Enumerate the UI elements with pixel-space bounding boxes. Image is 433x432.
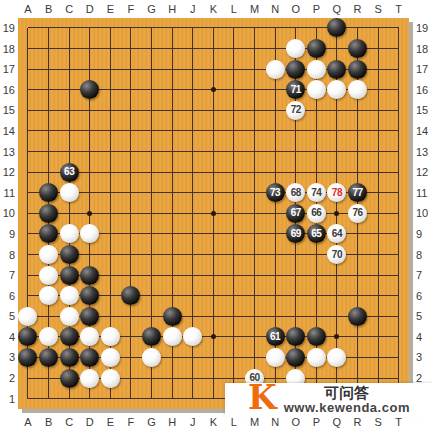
intersection-H12[interactable] [162,162,183,183]
intersection-M10[interactable] [244,203,265,224]
intersection-F8[interactable] [121,244,142,265]
intersection-O3[interactable] [285,347,306,368]
intersection-Q16[interactable] [327,79,348,100]
intersection-R4[interactable] [347,327,368,348]
intersection-S18[interactable] [368,38,389,59]
intersection-F3[interactable] [121,347,142,368]
intersection-M3[interactable] [244,347,265,368]
intersection-H6[interactable] [162,285,183,306]
intersection-N7[interactable] [265,265,286,286]
intersection-F18[interactable] [121,38,142,59]
intersection-S13[interactable] [368,141,389,162]
intersection-H1[interactable] [162,388,183,409]
intersection-C15[interactable] [59,100,80,121]
intersection-P7[interactable] [306,265,327,286]
intersection-L9[interactable] [224,224,245,245]
intersection-R9[interactable] [347,224,368,245]
intersection-B10[interactable] [38,203,59,224]
intersection-D4[interactable] [79,327,100,348]
intersection-M19[interactable] [244,18,265,39]
intersection-R8[interactable] [347,244,368,265]
intersection-T6[interactable] [388,285,409,306]
intersection-B3[interactable] [38,347,59,368]
intersection-A2[interactable] [18,368,39,389]
intersection-P13[interactable] [306,141,327,162]
intersection-G4[interactable] [141,327,162,348]
intersection-R5[interactable] [347,306,368,327]
intersection-H4[interactable] [162,327,183,348]
intersection-L11[interactable] [224,182,245,203]
intersection-N15[interactable] [265,100,286,121]
intersection-T9[interactable] [388,224,409,245]
intersection-J6[interactable] [182,285,203,306]
intersection-A1[interactable] [18,388,39,409]
intersection-K18[interactable] [203,38,224,59]
intersection-R13[interactable] [347,141,368,162]
intersection-F13[interactable] [121,141,142,162]
intersection-P17[interactable] [306,59,327,80]
intersection-S9[interactable] [368,224,389,245]
intersection-S8[interactable] [368,244,389,265]
intersection-H7[interactable] [162,265,183,286]
intersection-R6[interactable] [347,285,368,306]
intersection-N14[interactable] [265,121,286,142]
intersection-P9[interactable]: 65 [306,224,327,245]
intersection-A7[interactable] [18,265,39,286]
intersection-G2[interactable] [141,368,162,389]
intersection-O13[interactable] [285,141,306,162]
intersection-D8[interactable] [79,244,100,265]
intersection-G3[interactable] [141,347,162,368]
intersection-T12[interactable] [388,162,409,183]
intersection-B19[interactable] [38,18,59,39]
intersection-B15[interactable] [38,100,59,121]
intersection-D14[interactable] [79,121,100,142]
intersection-N11[interactable]: 73 [265,182,286,203]
intersection-T3[interactable] [388,347,409,368]
intersection-A3[interactable] [18,347,39,368]
intersection-G10[interactable] [141,203,162,224]
intersection-S19[interactable] [368,18,389,39]
intersection-A16[interactable] [18,79,39,100]
intersection-H19[interactable] [162,18,183,39]
intersection-G5[interactable] [141,306,162,327]
intersection-L13[interactable] [224,141,245,162]
intersection-L14[interactable] [224,121,245,142]
intersection-D12[interactable] [79,162,100,183]
intersection-A13[interactable] [18,141,39,162]
intersection-C19[interactable] [59,18,80,39]
intersection-S15[interactable] [368,100,389,121]
intersection-C12[interactable]: 63 [59,162,80,183]
intersection-R10[interactable]: 76 [347,203,368,224]
intersection-D17[interactable] [79,59,100,80]
intersection-E17[interactable] [100,59,121,80]
intersection-L8[interactable] [224,244,245,265]
intersection-E11[interactable] [100,182,121,203]
intersection-G18[interactable] [141,38,162,59]
intersection-Q10[interactable] [327,203,348,224]
intersection-R12[interactable] [347,162,368,183]
intersection-M18[interactable] [244,38,265,59]
intersection-O10[interactable]: 67 [285,203,306,224]
intersection-G14[interactable] [141,121,162,142]
intersection-B1[interactable] [38,388,59,409]
intersection-R18[interactable] [347,38,368,59]
intersection-N3[interactable] [265,347,286,368]
intersection-M4[interactable] [244,327,265,348]
intersection-H14[interactable] [162,121,183,142]
intersection-J18[interactable] [182,38,203,59]
intersection-J15[interactable] [182,100,203,121]
intersection-K10[interactable] [203,203,224,224]
intersection-M17[interactable] [244,59,265,80]
intersection-N10[interactable] [265,203,286,224]
intersection-H3[interactable] [162,347,183,368]
intersection-B18[interactable] [38,38,59,59]
intersection-A10[interactable] [18,203,39,224]
intersection-K6[interactable] [203,285,224,306]
intersection-H11[interactable] [162,182,183,203]
intersection-P19[interactable] [306,18,327,39]
intersection-J8[interactable] [182,244,203,265]
intersection-C2[interactable] [59,368,80,389]
intersection-H13[interactable] [162,141,183,162]
intersection-L5[interactable] [224,306,245,327]
intersection-N16[interactable] [265,79,286,100]
intersection-L18[interactable] [224,38,245,59]
intersection-D18[interactable] [79,38,100,59]
intersection-N19[interactable] [265,18,286,39]
intersection-M15[interactable] [244,100,265,121]
intersection-F14[interactable] [121,121,142,142]
intersection-T19[interactable] [388,18,409,39]
intersection-Q3[interactable] [327,347,348,368]
intersection-F11[interactable] [121,182,142,203]
intersection-R3[interactable] [347,347,368,368]
intersection-N12[interactable] [265,162,286,183]
intersection-T14[interactable] [388,121,409,142]
intersection-E10[interactable] [100,203,121,224]
intersection-T5[interactable] [388,306,409,327]
intersection-E7[interactable] [100,265,121,286]
intersection-F2[interactable] [121,368,142,389]
intersection-E16[interactable] [100,79,121,100]
intersection-P15[interactable] [306,100,327,121]
intersection-Q9[interactable]: 64 [327,224,348,245]
intersection-N9[interactable] [265,224,286,245]
intersection-T17[interactable] [388,59,409,80]
intersection-J16[interactable] [182,79,203,100]
intersection-N13[interactable] [265,141,286,162]
intersection-H2[interactable] [162,368,183,389]
intersection-C16[interactable] [59,79,80,100]
intersection-H18[interactable] [162,38,183,59]
intersection-O16[interactable]: 71 [285,79,306,100]
intersection-O11[interactable]: 68 [285,182,306,203]
intersection-K19[interactable] [203,18,224,39]
intersection-B8[interactable] [38,244,59,265]
intersection-R7[interactable] [347,265,368,286]
intersection-L10[interactable] [224,203,245,224]
intersection-E19[interactable] [100,18,121,39]
intersection-S14[interactable] [368,121,389,142]
intersection-P14[interactable] [306,121,327,142]
intersection-N8[interactable] [265,244,286,265]
intersection-H5[interactable] [162,306,183,327]
intersection-L15[interactable] [224,100,245,121]
intersection-N18[interactable] [265,38,286,59]
intersection-A6[interactable] [18,285,39,306]
intersection-Q7[interactable] [327,265,348,286]
intersection-Q15[interactable] [327,100,348,121]
intersection-D9[interactable] [79,224,100,245]
intersection-A9[interactable] [18,224,39,245]
intersection-P18[interactable] [306,38,327,59]
intersection-D5[interactable] [79,306,100,327]
intersection-S12[interactable] [368,162,389,183]
intersection-J14[interactable] [182,121,203,142]
intersection-F17[interactable] [121,59,142,80]
intersection-G1[interactable] [141,388,162,409]
intersection-A19[interactable] [18,18,39,39]
intersection-L6[interactable] [224,285,245,306]
intersection-J2[interactable] [182,368,203,389]
intersection-G7[interactable] [141,265,162,286]
intersection-A12[interactable] [18,162,39,183]
intersection-J1[interactable] [182,388,203,409]
intersection-K13[interactable] [203,141,224,162]
intersection-A4[interactable] [18,327,39,348]
intersection-Q14[interactable] [327,121,348,142]
intersection-G11[interactable] [141,182,162,203]
intersection-L16[interactable] [224,79,245,100]
intersection-L3[interactable] [224,347,245,368]
intersection-C1[interactable] [59,388,80,409]
intersection-O7[interactable] [285,265,306,286]
intersection-J5[interactable] [182,306,203,327]
intersection-J17[interactable] [182,59,203,80]
intersection-J3[interactable] [182,347,203,368]
intersection-K1[interactable] [203,388,224,409]
intersection-C10[interactable] [59,203,80,224]
intersection-K3[interactable] [203,347,224,368]
intersection-G13[interactable] [141,141,162,162]
intersection-M8[interactable] [244,244,265,265]
intersection-H17[interactable] [162,59,183,80]
intersection-S5[interactable] [368,306,389,327]
intersection-H8[interactable] [162,244,183,265]
intersection-E2[interactable] [100,368,121,389]
intersection-F10[interactable] [121,203,142,224]
intersection-R19[interactable] [347,18,368,39]
intersection-K11[interactable] [203,182,224,203]
intersection-T10[interactable] [388,203,409,224]
intersection-R14[interactable] [347,121,368,142]
intersection-E5[interactable] [100,306,121,327]
intersection-C9[interactable] [59,224,80,245]
intersection-G16[interactable] [141,79,162,100]
intersection-D10[interactable] [79,203,100,224]
intersection-F1[interactable] [121,388,142,409]
intersection-D6[interactable] [79,285,100,306]
intersection-S4[interactable] [368,327,389,348]
intersection-C13[interactable] [59,141,80,162]
intersection-T13[interactable] [388,141,409,162]
intersection-A11[interactable] [18,182,39,203]
intersection-A14[interactable] [18,121,39,142]
intersection-O6[interactable] [285,285,306,306]
intersection-Q13[interactable] [327,141,348,162]
intersection-L19[interactable] [224,18,245,39]
intersection-B2[interactable] [38,368,59,389]
intersection-Q17[interactable] [327,59,348,80]
intersection-F12[interactable] [121,162,142,183]
intersection-N4[interactable]: 61 [265,327,286,348]
intersection-B13[interactable] [38,141,59,162]
intersection-F6[interactable] [121,285,142,306]
intersection-G9[interactable] [141,224,162,245]
intersection-S3[interactable] [368,347,389,368]
intersection-C5[interactable] [59,306,80,327]
intersection-K7[interactable] [203,265,224,286]
intersection-E3[interactable] [100,347,121,368]
intersection-T16[interactable] [388,79,409,100]
intersection-F15[interactable] [121,100,142,121]
intersection-J10[interactable] [182,203,203,224]
intersection-P10[interactable]: 66 [306,203,327,224]
intersection-O19[interactable] [285,18,306,39]
intersection-S16[interactable] [368,79,389,100]
intersection-P11[interactable]: 74 [306,182,327,203]
intersection-Q11[interactable]: 78 [327,182,348,203]
intersection-F16[interactable] [121,79,142,100]
intersection-Q8[interactable]: 70 [327,244,348,265]
intersection-C8[interactable] [59,244,80,265]
intersection-P4[interactable] [306,327,327,348]
intersection-E6[interactable] [100,285,121,306]
intersection-A8[interactable] [18,244,39,265]
intersection-T18[interactable] [388,38,409,59]
intersection-L7[interactable] [224,265,245,286]
intersection-R16[interactable] [347,79,368,100]
intersection-G8[interactable] [141,244,162,265]
intersection-P8[interactable] [306,244,327,265]
intersection-B4[interactable] [38,327,59,348]
intersection-G6[interactable] [141,285,162,306]
intersection-S6[interactable] [368,285,389,306]
intersection-B7[interactable] [38,265,59,286]
intersection-B11[interactable] [38,182,59,203]
intersection-H15[interactable] [162,100,183,121]
intersection-E15[interactable] [100,100,121,121]
intersection-E8[interactable] [100,244,121,265]
intersection-S11[interactable] [368,182,389,203]
intersection-D13[interactable] [79,141,100,162]
intersection-E1[interactable] [100,388,121,409]
intersection-Q18[interactable] [327,38,348,59]
intersection-P5[interactable] [306,306,327,327]
intersection-K14[interactable] [203,121,224,142]
intersection-R11[interactable]: 77 [347,182,368,203]
intersection-M5[interactable] [244,306,265,327]
intersection-D7[interactable] [79,265,100,286]
intersection-C7[interactable] [59,265,80,286]
intersection-F5[interactable] [121,306,142,327]
intersection-J19[interactable] [182,18,203,39]
intersection-J7[interactable] [182,265,203,286]
intersection-M14[interactable] [244,121,265,142]
intersection-F9[interactable] [121,224,142,245]
intersection-D2[interactable] [79,368,100,389]
intersection-O4[interactable] [285,327,306,348]
intersection-L17[interactable] [224,59,245,80]
intersection-J12[interactable] [182,162,203,183]
intersection-M7[interactable] [244,265,265,286]
intersection-Q19[interactable] [327,18,348,39]
intersection-K17[interactable] [203,59,224,80]
intersection-L12[interactable] [224,162,245,183]
intersection-C3[interactable] [59,347,80,368]
intersection-R15[interactable] [347,100,368,121]
intersection-A5[interactable] [18,306,39,327]
intersection-B17[interactable] [38,59,59,80]
intersection-K8[interactable] [203,244,224,265]
intersection-C6[interactable] [59,285,80,306]
intersection-G17[interactable] [141,59,162,80]
intersection-C14[interactable] [59,121,80,142]
intersection-M6[interactable] [244,285,265,306]
intersection-O14[interactable] [285,121,306,142]
intersection-B16[interactable] [38,79,59,100]
intersection-T7[interactable] [388,265,409,286]
intersection-F4[interactable] [121,327,142,348]
intersection-E18[interactable] [100,38,121,59]
intersection-H16[interactable] [162,79,183,100]
intersection-Q6[interactable] [327,285,348,306]
intersection-J9[interactable] [182,224,203,245]
intersection-E13[interactable] [100,141,121,162]
intersection-E4[interactable] [100,327,121,348]
intersection-K5[interactable] [203,306,224,327]
intersection-B6[interactable] [38,285,59,306]
intersection-K15[interactable] [203,100,224,121]
intersection-C17[interactable] [59,59,80,80]
intersection-K4[interactable] [203,327,224,348]
intersection-D3[interactable] [79,347,100,368]
intersection-E9[interactable] [100,224,121,245]
intersection-E14[interactable] [100,121,121,142]
intersection-D11[interactable] [79,182,100,203]
intersection-B5[interactable] [38,306,59,327]
intersection-O9[interactable]: 69 [285,224,306,245]
intersection-C18[interactable] [59,38,80,59]
intersection-K12[interactable] [203,162,224,183]
intersection-L4[interactable] [224,327,245,348]
intersection-J4[interactable] [182,327,203,348]
intersection-P16[interactable] [306,79,327,100]
intersection-S10[interactable] [368,203,389,224]
intersection-M11[interactable] [244,182,265,203]
intersection-N6[interactable] [265,285,286,306]
intersection-P6[interactable] [306,285,327,306]
intersection-N5[interactable] [265,306,286,327]
intersection-B12[interactable] [38,162,59,183]
intersection-K9[interactable] [203,224,224,245]
intersection-G12[interactable] [141,162,162,183]
intersection-A18[interactable] [18,38,39,59]
intersection-T11[interactable] [388,182,409,203]
